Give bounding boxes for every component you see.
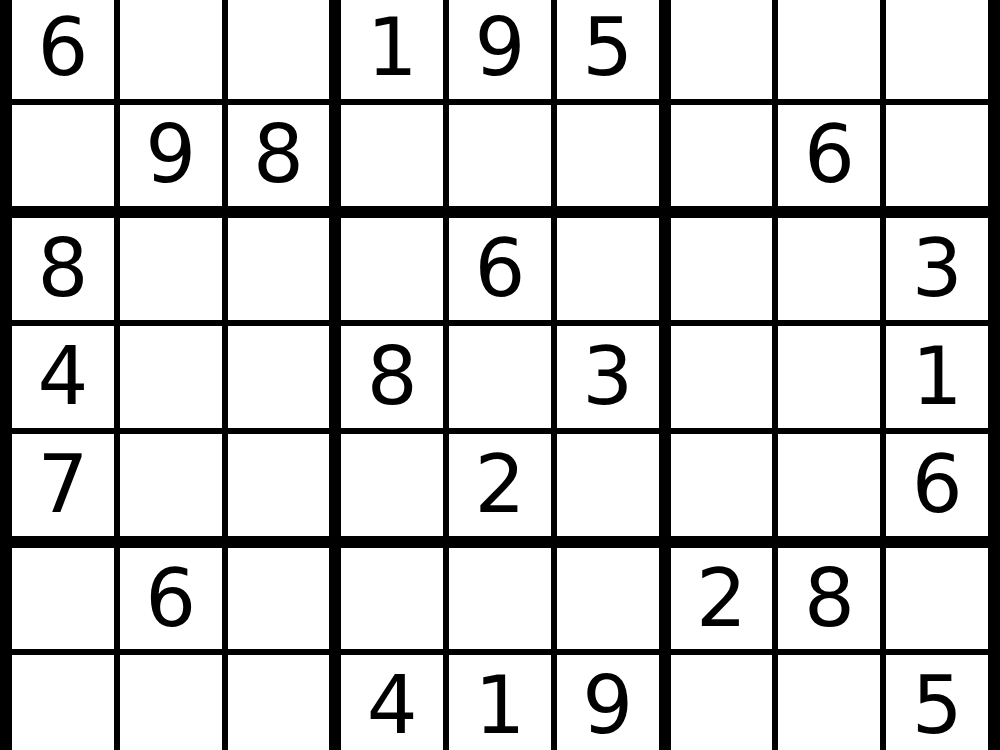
cell-r6c6 [557,434,659,536]
cell-r3c2: 9 [120,105,222,207]
cell-r5c7 [671,326,773,428]
given-digit: 2 [475,445,526,525]
given-digit: 1 [367,8,418,88]
cell-r2c8 [778,0,880,99]
cell-r3c9 [886,105,988,207]
cell-r7c5 [449,548,551,650]
cell-r6c9: 6 [886,434,988,536]
cell-r2c1: 6 [12,0,114,99]
cell-r2c7 [671,0,773,99]
cell-r6c2 [120,434,222,536]
sudoku-screenshot: 619598686348317266284195 [0,0,1000,750]
given-digit: 8 [253,115,304,195]
given-digit: 6 [37,8,88,88]
cell-r2c5: 9 [449,0,551,99]
cell-r8c3 [228,655,330,750]
cell-r8c5: 1 [449,655,551,750]
cell-r5c5 [449,326,551,428]
given-digit: 9 [475,8,526,88]
cell-r4c9: 3 [886,218,988,320]
cell-r5c2 [120,326,222,428]
cell-r4c7 [671,218,773,320]
cell-r4c6 [557,218,659,320]
given-digit: 9 [582,666,633,746]
cell-r6c4 [341,434,443,536]
cell-r5c4: 8 [341,326,443,428]
cell-r2c4: 1 [341,0,443,99]
cell-r7c7: 2 [671,548,773,650]
cell-r7c1 [12,548,114,650]
cell-r4c2 [120,218,222,320]
given-digit: 8 [37,229,88,309]
cell-r5c6: 3 [557,326,659,428]
cell-r3c6 [557,105,659,207]
cell-r7c3 [228,548,330,650]
cell-r7c8: 8 [778,548,880,650]
cell-r6c3 [228,434,330,536]
cell-r8c4: 4 [341,655,443,750]
cell-r2c3 [228,0,330,99]
given-digit: 3 [582,337,633,417]
cell-r2c9 [886,0,988,99]
cell-r4c8 [778,218,880,320]
given-digit: 3 [912,229,963,309]
cell-r5c1: 4 [12,326,114,428]
cell-r6c1: 7 [12,434,114,536]
cell-r2c2 [120,0,222,99]
cell-r7c6 [557,548,659,650]
cell-r7c9 [886,548,988,650]
cell-r8c1 [12,655,114,750]
cell-r8c7 [671,655,773,750]
given-digit: 9 [145,115,196,195]
given-digit: 2 [696,559,747,639]
cell-r7c4 [341,548,443,650]
cell-r4c4 [341,218,443,320]
cell-r3c4 [341,105,443,207]
cell-r6c5: 2 [449,434,551,536]
cell-r6c8 [778,434,880,536]
given-digit: 8 [367,337,418,417]
given-digit: 7 [37,445,88,525]
cell-r4c1: 8 [12,218,114,320]
given-digit: 5 [912,666,963,746]
cell-r2c6: 5 [557,0,659,99]
cell-r4c5: 6 [449,218,551,320]
cell-r3c3: 8 [228,105,330,207]
cell-r5c8 [778,326,880,428]
cell-r5c9: 1 [886,326,988,428]
given-digit: 6 [912,445,963,525]
cell-r8c6: 9 [557,655,659,750]
cell-r3c5 [449,105,551,207]
cell-r5c3 [228,326,330,428]
given-digit: 4 [367,666,418,746]
cell-r6c7 [671,434,773,536]
cell-r7c2: 6 [120,548,222,650]
cell-r3c7 [671,105,773,207]
cell-r3c8: 6 [778,105,880,207]
given-digit: 1 [912,337,963,417]
given-digit: 6 [475,229,526,309]
given-digit: 1 [475,666,526,746]
cell-r3c1 [12,105,114,207]
given-digit: 6 [804,115,855,195]
sudoku-board: 619598686348317266284195 [0,0,1000,750]
cell-r4c3 [228,218,330,320]
given-digit: 6 [145,559,196,639]
cell-r8c2 [120,655,222,750]
cell-r8c8 [778,655,880,750]
given-digit: 5 [582,8,633,88]
given-digit: 4 [37,337,88,417]
cell-r8c9: 5 [886,655,988,750]
given-digit: 8 [804,559,855,639]
